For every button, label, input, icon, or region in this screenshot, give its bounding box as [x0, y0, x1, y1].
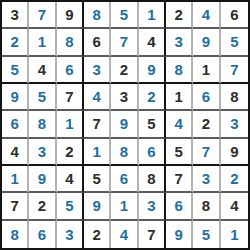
cell-r7c4[interactable]: 5 — [84, 166, 111, 193]
cell-r3c7[interactable]: 8 — [166, 57, 193, 84]
cell-r2c9[interactable]: 5 — [221, 29, 248, 56]
cell-r9c8[interactable]: 5 — [193, 221, 220, 248]
cell-r1c1[interactable]: 3 — [2, 2, 29, 29]
cell-r6c1[interactable]: 4 — [2, 139, 29, 166]
cell-r6c6[interactable]: 6 — [139, 139, 166, 166]
cell-r1c9[interactable]: 6 — [221, 2, 248, 29]
cell-r3c9[interactable]: 7 — [221, 57, 248, 84]
cell-r9c6[interactable]: 7 — [139, 221, 166, 248]
cell-r3c8[interactable]: 1 — [193, 57, 220, 84]
cell-r1c4[interactable]: 8 — [84, 2, 111, 29]
cell-r5c4[interactable]: 7 — [84, 111, 111, 138]
cell-r1c2[interactable]: 7 — [29, 2, 56, 29]
cell-r3c4[interactable]: 3 — [84, 57, 111, 84]
cell-r5c7[interactable]: 4 — [166, 111, 193, 138]
cell-r5c5[interactable]: 9 — [111, 111, 138, 138]
cell-r8c5[interactable]: 1 — [111, 193, 138, 220]
cell-r5c2[interactable]: 8 — [29, 111, 56, 138]
cell-r9c3[interactable]: 3 — [57, 221, 84, 248]
cell-r5c3[interactable]: 1 — [57, 111, 84, 138]
cell-r9c1[interactable]: 8 — [2, 221, 29, 248]
cell-r5c9[interactable]: 3 — [221, 111, 248, 138]
cell-r7c3[interactable]: 4 — [57, 166, 84, 193]
cell-r2c3[interactable]: 8 — [57, 29, 84, 56]
cell-r8c2[interactable]: 2 — [29, 193, 56, 220]
cell-r6c2[interactable]: 3 — [29, 139, 56, 166]
cell-r3c2[interactable]: 4 — [29, 57, 56, 84]
cell-r7c1[interactable]: 1 — [2, 166, 29, 193]
cell-r2c4[interactable]: 6 — [84, 29, 111, 56]
cell-r1c3[interactable]: 9 — [57, 2, 84, 29]
cell-r7c6[interactable]: 8 — [139, 166, 166, 193]
cell-r9c5[interactable]: 4 — [111, 221, 138, 248]
cell-r6c3[interactable]: 2 — [57, 139, 84, 166]
cell-r4c9[interactable]: 8 — [221, 84, 248, 111]
cell-r4c2[interactable]: 5 — [29, 84, 56, 111]
cell-r4c7[interactable]: 1 — [166, 84, 193, 111]
cell-r9c9[interactable]: 1 — [221, 221, 248, 248]
sudoku-board: 3798512462186743955463298179574321686817… — [0, 0, 250, 250]
cell-r2c5[interactable]: 7 — [111, 29, 138, 56]
cell-r8c3[interactable]: 5 — [57, 193, 84, 220]
cell-r3c1[interactable]: 5 — [2, 57, 29, 84]
cell-r2c2[interactable]: 1 — [29, 29, 56, 56]
cell-r4c4[interactable]: 4 — [84, 84, 111, 111]
cell-r6c9[interactable]: 9 — [221, 139, 248, 166]
cell-r5c6[interactable]: 5 — [139, 111, 166, 138]
cell-r7c8[interactable]: 3 — [193, 166, 220, 193]
cell-r6c5[interactable]: 8 — [111, 139, 138, 166]
cell-r2c6[interactable]: 4 — [139, 29, 166, 56]
cell-r9c7[interactable]: 9 — [166, 221, 193, 248]
cell-r2c7[interactable]: 3 — [166, 29, 193, 56]
cell-r3c3[interactable]: 6 — [57, 57, 84, 84]
cell-r8c8[interactable]: 8 — [193, 193, 220, 220]
cell-r5c1[interactable]: 6 — [2, 111, 29, 138]
cell-r4c3[interactable]: 7 — [57, 84, 84, 111]
cell-r1c5[interactable]: 5 — [111, 2, 138, 29]
cell-r2c8[interactable]: 9 — [193, 29, 220, 56]
cell-r4c6[interactable]: 2 — [139, 84, 166, 111]
cell-r1c7[interactable]: 2 — [166, 2, 193, 29]
cell-r2c1[interactable]: 2 — [2, 29, 29, 56]
cell-r4c5[interactable]: 3 — [111, 84, 138, 111]
cell-r8c9[interactable]: 4 — [221, 193, 248, 220]
cell-r9c2[interactable]: 6 — [29, 221, 56, 248]
cell-r3c5[interactable]: 2 — [111, 57, 138, 84]
cell-r4c1[interactable]: 9 — [2, 84, 29, 111]
cell-r8c6[interactable]: 3 — [139, 193, 166, 220]
cell-r6c8[interactable]: 7 — [193, 139, 220, 166]
cell-r8c4[interactable]: 9 — [84, 193, 111, 220]
cell-r7c9[interactable]: 2 — [221, 166, 248, 193]
cell-r8c7[interactable]: 6 — [166, 193, 193, 220]
cell-r8c1[interactable]: 7 — [2, 193, 29, 220]
cell-r7c2[interactable]: 9 — [29, 166, 56, 193]
cell-r1c6[interactable]: 1 — [139, 2, 166, 29]
cell-r1c8[interactable]: 4 — [193, 2, 220, 29]
cell-r6c4[interactable]: 1 — [84, 139, 111, 166]
cell-r4c8[interactable]: 6 — [193, 84, 220, 111]
cell-r5c8[interactable]: 2 — [193, 111, 220, 138]
cell-r6c7[interactable]: 5 — [166, 139, 193, 166]
cell-r7c5[interactable]: 6 — [111, 166, 138, 193]
cell-r9c4[interactable]: 2 — [84, 221, 111, 248]
cell-r7c7[interactable]: 7 — [166, 166, 193, 193]
cell-r3c6[interactable]: 9 — [139, 57, 166, 84]
